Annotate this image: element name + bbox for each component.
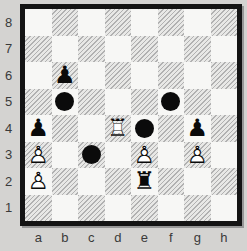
file-label-h: h <box>211 228 238 246</box>
square-g6[interactable] <box>184 62 211 89</box>
file-label-b: b <box>52 228 79 246</box>
square-d6[interactable] <box>105 62 132 89</box>
black-disc-marker-c3[interactable] <box>82 145 101 164</box>
square-b1[interactable] <box>52 195 79 222</box>
square-e8[interactable] <box>131 9 158 36</box>
black-pawn-a4[interactable]: ♟ <box>25 115 52 142</box>
square-f5[interactable] <box>158 89 185 116</box>
square-d4[interactable]: ♜♖ <box>105 115 132 142</box>
piece-outline-layer: ♙ <box>25 168 52 195</box>
square-c8[interactable] <box>78 9 105 36</box>
file-label-g: g <box>184 228 211 246</box>
square-h8[interactable] <box>211 9 238 36</box>
square-e7[interactable] <box>131 36 158 63</box>
square-a7[interactable] <box>25 36 52 63</box>
file-label-c: c <box>78 228 105 246</box>
square-a8[interactable] <box>25 9 52 36</box>
file-label-e: e <box>131 228 158 246</box>
square-a5[interactable] <box>25 89 52 116</box>
square-f1[interactable] <box>158 195 185 222</box>
square-g5[interactable] <box>184 89 211 116</box>
square-a3[interactable]: ♟♙ <box>25 142 52 169</box>
square-c2[interactable] <box>78 168 105 195</box>
square-b2[interactable] <box>52 168 79 195</box>
square-a6[interactable] <box>25 62 52 89</box>
square-e1[interactable] <box>131 195 158 222</box>
square-h6[interactable] <box>211 62 238 89</box>
square-b7[interactable] <box>52 36 79 63</box>
square-c6[interactable] <box>78 62 105 89</box>
square-f3[interactable] <box>158 142 185 169</box>
square-f2[interactable] <box>158 168 185 195</box>
square-a4[interactable]: ♟ <box>25 115 52 142</box>
square-c5[interactable] <box>78 89 105 116</box>
square-c4[interactable] <box>78 115 105 142</box>
square-g1[interactable] <box>184 195 211 222</box>
square-e5[interactable] <box>131 89 158 116</box>
rank-label-5: 5 <box>0 89 17 116</box>
square-d3[interactable] <box>105 142 132 169</box>
square-f6[interactable] <box>158 62 185 89</box>
square-h3[interactable] <box>211 142 238 169</box>
chess-diagram: ♟♟♜♖♟♟♙♟♙♟♙♟♙♜ 87654321 abcdefgh <box>0 0 247 251</box>
square-d1[interactable] <box>105 195 132 222</box>
square-h7[interactable] <box>211 36 238 63</box>
white-rook-d4[interactable]: ♜♖ <box>105 115 132 142</box>
black-pawn-b6[interactable]: ♟ <box>52 62 79 89</box>
white-pawn-a2[interactable]: ♟♙ <box>25 168 52 195</box>
piece-glyph-layer: ♟ <box>184 115 211 142</box>
square-b3[interactable] <box>52 142 79 169</box>
square-b5[interactable] <box>52 89 79 116</box>
square-f7[interactable] <box>158 36 185 63</box>
white-pawn-g3[interactable]: ♟♙ <box>184 142 211 169</box>
square-d2[interactable] <box>105 168 132 195</box>
square-h1[interactable] <box>211 195 238 222</box>
black-pawn-g4[interactable]: ♟ <box>184 115 211 142</box>
square-e6[interactable] <box>131 62 158 89</box>
square-a1[interactable] <box>25 195 52 222</box>
square-d7[interactable] <box>105 36 132 63</box>
square-f4[interactable] <box>158 115 185 142</box>
square-b8[interactable] <box>52 9 79 36</box>
white-pawn-a3[interactable]: ♟♙ <box>25 142 52 169</box>
square-e2[interactable]: ♜ <box>131 168 158 195</box>
piece-glyph-layer: ♜ <box>131 168 158 195</box>
rank-label-4: 4 <box>0 115 17 142</box>
rank-label-2: 2 <box>0 168 17 195</box>
chess-board: ♟♟♜♖♟♟♙♟♙♟♙♟♙♜ <box>20 4 242 226</box>
piece-glyph-layer: ♟ <box>52 62 79 89</box>
piece-outline-layer: ♙ <box>131 142 158 169</box>
board-grid: ♟♟♜♖♟♟♙♟♙♟♙♟♙♜ <box>25 9 237 221</box>
black-disc-marker-b5[interactable] <box>55 92 74 111</box>
rank-label-8: 8 <box>0 9 17 36</box>
square-h5[interactable] <box>211 89 238 116</box>
black-disc-marker-f5[interactable] <box>161 92 180 111</box>
square-d5[interactable] <box>105 89 132 116</box>
square-d8[interactable] <box>105 9 132 36</box>
square-g7[interactable] <box>184 36 211 63</box>
rank-label-6: 6 <box>0 62 17 89</box>
black-rook-e2[interactable]: ♜ <box>131 168 158 195</box>
black-disc-marker-e4[interactable] <box>135 119 154 138</box>
square-c1[interactable] <box>78 195 105 222</box>
square-g8[interactable] <box>184 9 211 36</box>
rank-label-3: 3 <box>0 142 17 169</box>
square-b4[interactable] <box>52 115 79 142</box>
piece-outline-layer: ♖ <box>105 115 132 142</box>
square-a2[interactable]: ♟♙ <box>25 168 52 195</box>
white-pawn-e3[interactable]: ♟♙ <box>131 142 158 169</box>
piece-glyph-layer: ♟ <box>25 115 52 142</box>
square-g3[interactable]: ♟♙ <box>184 142 211 169</box>
square-e3[interactable]: ♟♙ <box>131 142 158 169</box>
square-h4[interactable] <box>211 115 238 142</box>
piece-outline-layer: ♙ <box>25 142 52 169</box>
file-label-d: d <box>105 228 132 246</box>
rank-label-7: 7 <box>0 36 17 63</box>
file-label-a: a <box>25 228 52 246</box>
rank-label-1: 1 <box>0 195 17 222</box>
square-f8[interactable] <box>158 9 185 36</box>
square-c7[interactable] <box>78 36 105 63</box>
square-e4[interactable] <box>131 115 158 142</box>
piece-outline-layer: ♙ <box>184 142 211 169</box>
file-label-f: f <box>158 228 185 246</box>
square-g2[interactable] <box>184 168 211 195</box>
square-h2[interactable] <box>211 168 238 195</box>
square-b6[interactable]: ♟ <box>52 62 79 89</box>
square-g4[interactable]: ♟ <box>184 115 211 142</box>
square-c3[interactable] <box>78 142 105 169</box>
